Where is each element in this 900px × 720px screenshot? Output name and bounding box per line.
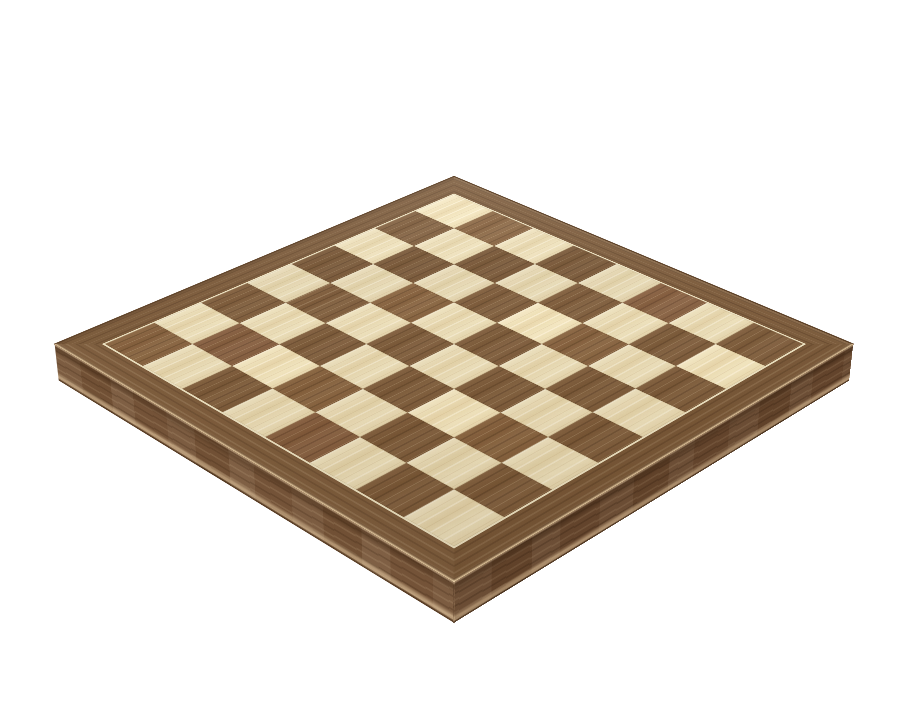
- photo-background: [0, 0, 900, 720]
- playing-field[interactable]: [105, 195, 804, 547]
- chessboard[interactable]: [54, 176, 854, 582]
